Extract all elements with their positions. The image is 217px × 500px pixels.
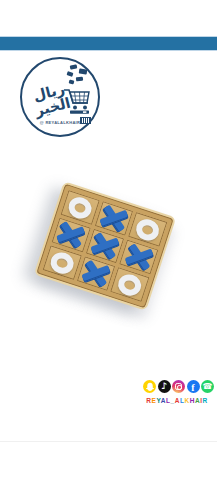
- tiktok-icon: ♪: [158, 380, 171, 393]
- photo-edge-line: [0, 441, 217, 442]
- instagram-icon: [172, 380, 185, 393]
- tictactoe-board: [34, 181, 177, 311]
- board-frame: [36, 184, 173, 309]
- social-handle: REYAL_ALKHAIR: [139, 397, 215, 404]
- x-piece: [79, 258, 113, 289]
- board-grid: [43, 190, 168, 302]
- flying-item-icon: [79, 68, 88, 74]
- x-piece: [122, 241, 156, 272]
- social-bar: ♪ f ☎: [143, 380, 214, 393]
- o-piece: [116, 271, 144, 298]
- flying-item-icon: [70, 64, 78, 69]
- o-piece: [66, 194, 94, 221]
- x-piece: [97, 203, 131, 234]
- o-piece: [134, 216, 162, 243]
- product-photo-page: ريال الخير @ REYALALKHAIR: [0, 0, 217, 500]
- flying-item-icon: [66, 71, 73, 77]
- x-piece: [88, 230, 122, 261]
- top-band: [0, 36, 217, 51]
- facebook-icon: f: [187, 380, 200, 393]
- brand-logo-circle: ريال الخير @ REYALALKHAIR: [20, 57, 100, 137]
- shopping-cart-icon: [62, 81, 96, 115]
- x-piece: [54, 219, 88, 250]
- whatsapp-icon: ☎: [201, 380, 214, 393]
- snapchat-icon: [143, 380, 156, 393]
- logo-handle-text: @ REYALALKHAIR: [34, 120, 86, 125]
- o-piece: [48, 249, 76, 276]
